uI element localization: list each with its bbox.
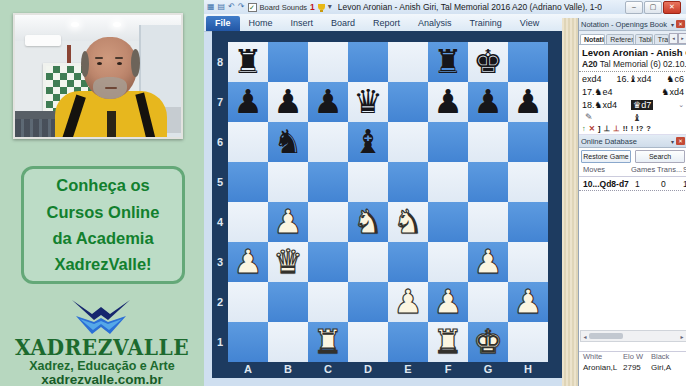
pane-close-icon[interactable]: ✕: [676, 20, 685, 28]
square-c3[interactable]: [308, 242, 348, 282]
white-king: ♚: [473, 322, 503, 362]
rank-label-2: 2: [212, 282, 228, 322]
square-f5[interactable]: [428, 162, 468, 202]
square-g3[interactable]: ♟: [468, 242, 508, 282]
rank-label-4: 4: [212, 202, 228, 242]
right-dock: Notation - Openings Book ▾ ✕ NotationRef…: [578, 18, 686, 386]
file-label-h: H: [508, 362, 548, 378]
screenshot-root: Conheça os Cursos Online da Academia Xad…: [0, 0, 686, 386]
col-trans[interactable]: Trans...: [657, 165, 682, 174]
square-d1[interactable]: [348, 322, 388, 362]
black-pawn: ♟: [273, 82, 303, 122]
square-a2[interactable]: [228, 282, 268, 322]
square-c6[interactable]: [308, 122, 348, 162]
square-e4[interactable]: ♞: [388, 202, 428, 242]
file-label-a: A: [228, 362, 268, 378]
square-a8[interactable]: ♜: [228, 42, 268, 82]
black-rook: ♜: [433, 42, 463, 82]
square-h2[interactable]: ♟: [508, 282, 548, 322]
database-column-headers: Moves Games Trans... S: [579, 165, 686, 177]
tab-table[interactable]: Table: [635, 34, 653, 44]
ribbon-tab-home[interactable]: Home: [240, 16, 282, 31]
black-rook: ♜: [233, 42, 263, 82]
person-mouth: [105, 87, 117, 89]
close-button[interactable]: ✕: [663, 1, 681, 14]
square-e2[interactable]: ♟: [388, 282, 428, 322]
window-title: Levon Aronian - Anish Giri, Tal Memorial…: [338, 2, 602, 12]
tab-reference[interactable]: Reference: [606, 34, 634, 44]
rank-labels: 87654321: [212, 42, 228, 362]
brand-tagline: Xadrez, Educação e Arte: [0, 359, 204, 373]
square-f6[interactable]: [428, 122, 468, 162]
white-elo: 2795: [623, 363, 641, 372]
annotation-symbol[interactable]: ✕: [589, 124, 595, 133]
move[interactable]: ♞xd4: [661, 87, 684, 97]
bishop-icon[interactable]: ♝: [633, 112, 642, 123]
square-d2[interactable]: [348, 282, 388, 322]
black-player: Giri,A: [651, 363, 671, 372]
file-label-c: C: [308, 362, 348, 378]
black-pawn: ♟: [433, 82, 463, 122]
black-pawn: ♟: [313, 82, 343, 122]
square-b5[interactable]: [268, 162, 308, 202]
chessbase-window: ▦ ▤ ↶ ↷ ✓ Board Sounds 1 ▾ Levon Aronian…: [204, 0, 686, 386]
person-eye: [117, 62, 122, 65]
move[interactable]: ♞c6: [666, 74, 684, 84]
square-f1[interactable]: ♜: [428, 322, 468, 362]
square-b6[interactable]: ♞: [268, 122, 308, 162]
file-label-d: D: [348, 362, 388, 378]
square-b1[interactable]: [268, 322, 308, 362]
square-a3[interactable]: ♟: [228, 242, 268, 282]
square-b2[interactable]: [268, 282, 308, 322]
square-h4[interactable]: [508, 202, 548, 242]
square-d7[interactable]: ♛: [348, 82, 388, 122]
square-h3[interactable]: [508, 242, 548, 282]
tab-notation[interactable]: Notation: [580, 34, 605, 44]
promo-text: Conheça os Cursos Online da Academia Xad…: [47, 172, 160, 278]
person-hair: [81, 51, 89, 77]
redo-icon[interactable]: ↷: [238, 2, 245, 12]
rank-label-1: 1: [212, 322, 228, 362]
ribbon-tab-view[interactable]: View: [511, 16, 548, 31]
square-c5[interactable]: [308, 162, 348, 202]
square-a1[interactable]: [228, 322, 268, 362]
square-d6[interactable]: ♝: [348, 122, 388, 162]
square-f3[interactable]: [428, 242, 468, 282]
annotation-symbol[interactable]: ⊥: [613, 124, 620, 133]
search-button[interactable]: Search: [635, 150, 685, 163]
square-e1[interactable]: [388, 322, 428, 362]
square-c8[interactable]: [308, 42, 348, 82]
ribbon-tab-insert[interactable]: Insert: [282, 16, 323, 31]
annotation-symbol[interactable]: !: [631, 124, 634, 133]
board-grid: ♜♜♚♟♟♟♛♟♟♟♞♝♟♞♞♟♛♟♟♟♟♜♜♚: [228, 42, 548, 362]
annotation-symbol[interactable]: !!: [623, 124, 628, 133]
annotation-icons: ✎ ♝: [579, 111, 686, 123]
stream-left-panel: Conheça os Cursos Online da Academia Xad…: [0, 0, 204, 386]
col-elo-w: Elo W: [623, 352, 643, 361]
white-knight: ♞: [393, 202, 423, 242]
square-e3[interactable]: [388, 242, 428, 282]
save-icon[interactable]: ▤: [218, 2, 226, 12]
brand-name: XADREZVALLE: [8, 334, 196, 360]
square-a4[interactable]: [228, 202, 268, 242]
ribbon-tab-analysis[interactable]: Analysis: [409, 16, 461, 31]
square-h1[interactable]: [508, 322, 548, 362]
moves-scroll-down-icon[interactable]: ⌄: [678, 101, 684, 109]
black-knight: ♞: [273, 122, 303, 162]
rank-label-8: 8: [212, 42, 228, 82]
white-pawn: ♟: [273, 202, 303, 242]
pane-close-icon[interactable]: ✕: [676, 137, 685, 145]
square-h5[interactable]: [508, 162, 548, 202]
file-labels: ABCDEFGH: [228, 362, 548, 378]
annotation-symbols: ↑✕]⊥⊥!!!!??: [579, 123, 686, 135]
white-rook: ♜: [433, 322, 463, 362]
white-queen: ♛: [273, 242, 303, 282]
person-eye: [97, 62, 102, 65]
annotation-symbol[interactable]: !?: [636, 124, 643, 133]
scroll-right-icon[interactable]: ▸: [678, 333, 686, 340]
square-h8[interactable]: [508, 42, 548, 82]
minimize-button[interactable]: –: [625, 1, 643, 14]
maximize-button[interactable]: ▢: [644, 1, 662, 14]
db-games: 1: [635, 179, 640, 189]
square-c2[interactable]: [308, 282, 348, 322]
pencil-icon[interactable]: ✎: [585, 112, 593, 122]
move[interactable]: 17.♞e4: [582, 87, 613, 97]
square-h6[interactable]: [508, 122, 548, 162]
square-e8[interactable]: [388, 42, 428, 82]
notation-tabs: NotationReferenceTableTrai◂▸: [579, 31, 686, 45]
rank-label-7: 7: [212, 82, 228, 122]
title-bar: ▦ ▤ ↶ ↷ ✓ Board Sounds 1 ▾ Levon Aronian…: [204, 0, 686, 14]
col-moves[interactable]: Moves: [583, 165, 605, 174]
square-g1[interactable]: ♚: [468, 322, 508, 362]
shirt-zipper: [107, 111, 116, 139]
database-row[interactable]: 10...Qd8-d7 1 0 1: [579, 177, 686, 191]
square-f7[interactable]: ♟: [428, 82, 468, 122]
black-pawn: ♟: [513, 82, 543, 122]
ceiling-light: [113, 22, 121, 27]
person-hair: [131, 49, 140, 77]
rank-label-5: 5: [212, 162, 228, 202]
qat-dropdown-icon[interactable]: ▾: [328, 2, 332, 12]
online-database-header: Online Database ▾ ✕: [579, 135, 686, 148]
ribbon-tab-board[interactable]: Board: [322, 16, 364, 31]
ribbon-tab-file[interactable]: File: [206, 16, 240, 31]
square-b7[interactable]: ♟: [268, 82, 308, 122]
white-rook: ♜: [313, 322, 343, 362]
white-pawn: ♟: [513, 282, 543, 322]
ribbon-tab-report[interactable]: Report: [364, 16, 409, 31]
square-g7[interactable]: ♟: [468, 82, 508, 122]
white-pawn: ♟: [473, 242, 503, 282]
square-h7[interactable]: ♟: [508, 82, 548, 122]
tab-scroll-icon[interactable]: ◂: [669, 33, 678, 44]
online-database-title: Online Database: [581, 137, 671, 146]
square-b3[interactable]: ♛: [268, 242, 308, 282]
annotation-symbol[interactable]: ]: [598, 124, 601, 133]
black-bishop: ♝: [353, 122, 383, 162]
tab-scroll-icon[interactable]: ▸: [678, 33, 686, 44]
moves-line-3: 18.♞xd4 ♛d7 ⌄: [579, 98, 686, 111]
col-white: White: [583, 352, 602, 361]
window-controls: – ▢ ✕: [625, 1, 681, 14]
square-g2[interactable]: [468, 282, 508, 322]
undo-icon[interactable]: ↶: [228, 2, 235, 12]
window-divider: [562, 18, 578, 386]
square-f8[interactable]: ♜: [428, 42, 468, 82]
engine-count-badge: 1: [310, 2, 315, 12]
square-d5[interactable]: [348, 162, 388, 202]
white-pawn: ♟: [433, 282, 463, 322]
moves-line-2: 17.♞e4 ♞xd4: [579, 85, 686, 98]
brand-website: xadrezvalle.com.br: [0, 372, 204, 386]
file-label-e: E: [388, 362, 428, 378]
square-a6[interactable]: [228, 122, 268, 162]
square-d4[interactable]: ♞: [348, 202, 388, 242]
scroll-left-icon[interactable]: ◂: [581, 333, 589, 340]
ceiling-light: [71, 22, 79, 27]
xadrezvalle-logo-icon: [70, 300, 132, 336]
white-pawn: ♟: [233, 242, 263, 282]
game-title: Levon Aronian - Anish Giri: [579, 45, 686, 58]
pane-dropdown-icon[interactable]: ▾: [671, 138, 674, 145]
notation-pane-title: Notation - Openings Book: [581, 20, 671, 29]
square-e5[interactable]: [388, 162, 428, 202]
horizontal-scrollbar[interactable]: ◂ ▸: [580, 330, 686, 342]
rank-label-3: 3: [212, 242, 228, 282]
square-f4[interactable]: [428, 202, 468, 242]
square-b8[interactable]: [268, 42, 308, 82]
annotation-symbol[interactable]: ?: [646, 124, 651, 133]
notation-pane-header: Notation - Openings Book ▾ ✕: [579, 18, 686, 31]
annotation-symbol[interactable]: ↑: [582, 124, 586, 133]
database-buttons: Restore Game Search: [579, 148, 686, 165]
black-queen: ♛: [353, 82, 383, 122]
white-knight: ♞: [353, 202, 383, 242]
move[interactable]: 16.♝xd4: [616, 74, 651, 84]
webcam-video: [13, 13, 183, 139]
square-f2[interactable]: ♟: [428, 282, 468, 322]
eco-code: A20: [582, 59, 598, 69]
file-label-b: B: [268, 362, 308, 378]
restore-game-button[interactable]: Restore Game: [581, 150, 631, 163]
square-c7[interactable]: ♟: [308, 82, 348, 122]
square-d3[interactable]: [348, 242, 388, 282]
scrollbar-thumb[interactable]: [589, 333, 623, 339]
game-info: A20 Tal Memorial (6) 02.10.2016: [579, 58, 686, 72]
file-label-g: G: [468, 362, 508, 378]
square-g5[interactable]: [468, 162, 508, 202]
square-c4[interactable]: [308, 202, 348, 242]
chess-board: 87654321 ♜♜♚♟♟♟♛♟♟♟♞♝♟♞♞♟♛♟♟♟♟♜♜♚ ABCDEF…: [212, 31, 562, 378]
players-row[interactable]: Aronian,L 2795 Giri,A: [579, 363, 686, 375]
trophy-icon: [318, 4, 325, 10]
pane-dropdown-icon[interactable]: ▾: [671, 21, 674, 28]
db-trans: 0: [661, 179, 666, 189]
square-b4[interactable]: ♟: [268, 202, 308, 242]
air-conditioner: [25, 35, 61, 46]
col-games[interactable]: Games: [631, 165, 655, 174]
white-pawn: ♟: [393, 282, 423, 322]
black-pawn: ♟: [233, 82, 263, 122]
move[interactable]: exd4: [582, 74, 602, 84]
square-c1[interactable]: ♜: [308, 322, 348, 362]
board-sounds-label: Board Sounds: [260, 3, 308, 12]
rank-label-6: 6: [212, 122, 228, 162]
square-d8[interactable]: [348, 42, 388, 82]
app-icon: ▦: [207, 2, 215, 12]
moves-line-1: exd4 16.♝xd4 ♞c6: [579, 72, 686, 85]
move[interactable]: 18.♞xd4: [582, 100, 617, 110]
ribbon-tab-training[interactable]: Training: [461, 16, 511, 31]
board-sounds-checkbox[interactable]: ✓: [248, 3, 257, 12]
square-g8[interactable]: ♚: [468, 42, 508, 82]
col-black: Black: [651, 352, 669, 361]
square-e6[interactable]: [388, 122, 428, 162]
annotation-symbol[interactable]: ⊥: [604, 124, 611, 133]
square-g6[interactable]: [468, 122, 508, 162]
promo-banner: Conheça os Cursos Online da Academia Xad…: [21, 166, 185, 284]
square-g4[interactable]: [468, 202, 508, 242]
tab-trai[interactable]: Trai: [654, 34, 669, 44]
white-player: Aronian,L: [583, 363, 617, 372]
current-move[interactable]: ♛d7: [631, 100, 653, 110]
file-label-f: F: [428, 362, 468, 378]
person-eyebrow: [115, 57, 123, 59]
quick-access-toolbar: ▦ ▤ ↶ ↷ ✓ Board Sounds 1 ▾: [204, 2, 332, 12]
players-column-headers: White Elo W Black: [579, 351, 686, 362]
black-king: ♚: [473, 42, 503, 82]
db-move: 10...Qd8-d7: [583, 179, 629, 189]
event-info: Tal Memorial (6) 02.10.2016: [600, 59, 686, 69]
person-eyebrow: [95, 57, 103, 59]
square-a5[interactable]: [228, 162, 268, 202]
square-e7[interactable]: [388, 82, 428, 122]
square-a7[interactable]: ♟: [228, 82, 268, 122]
black-pawn: ♟: [473, 82, 503, 122]
